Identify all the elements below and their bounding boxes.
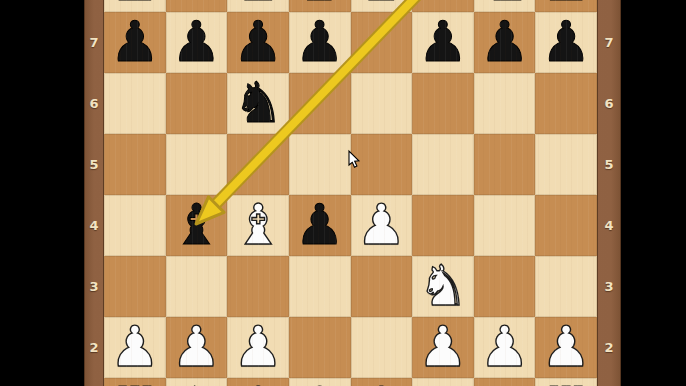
square-g5[interactable] <box>474 134 536 195</box>
piece-black-bishop-b4[interactable]: ♝ <box>171 194 221 255</box>
board-squares-grid: ♜♝♛♚♞♜♟♟♟♟♟♟♟♞♝♝♟♟♞♟♟♟♟♟♟♜♞♝♛♚♜ <box>104 0 597 386</box>
piece-white-pawn-c2[interactable]: ♟ <box>233 316 283 377</box>
square-f3[interactable]: ♞ <box>412 256 474 317</box>
square-e3[interactable] <box>351 256 413 317</box>
square-f7[interactable]: ♟ <box>412 12 474 73</box>
square-f6[interactable] <box>412 73 474 134</box>
square-g4[interactable] <box>474 195 536 256</box>
square-h3[interactable] <box>535 256 597 317</box>
rank-label-left-3: 3 <box>84 279 104 295</box>
rank-label-left-2: 2 <box>84 340 104 356</box>
rank-label-right-3: 3 <box>597 279 621 295</box>
square-c3[interactable] <box>227 256 289 317</box>
square-b7[interactable]: ♟ <box>166 12 228 73</box>
square-c5[interactable] <box>227 134 289 195</box>
square-a7[interactable]: ♟ <box>104 12 166 73</box>
piece-white-pawn-g2[interactable]: ♟ <box>479 316 529 377</box>
square-g3[interactable] <box>474 256 536 317</box>
square-b5[interactable] <box>166 134 228 195</box>
video-frame: ♜♝♛♚♞♜♟♟♟♟♟♟♟♞♝♝♟♟♞♟♟♟♟♟♟♜♞♝♛♚♜ 77665544… <box>0 0 686 386</box>
piece-black-pawn-c7[interactable]: ♟ <box>233 11 283 72</box>
square-d1[interactable]: ♛ <box>289 378 351 386</box>
rank-label-right-5: 5 <box>597 157 621 173</box>
square-h4[interactable] <box>535 195 597 256</box>
piece-white-bishop-c1[interactable]: ♝ <box>233 377 283 386</box>
piece-black-pawn-b7[interactable]: ♟ <box>171 11 221 72</box>
square-c6[interactable]: ♞ <box>227 73 289 134</box>
piece-white-knight-f3[interactable]: ♞ <box>418 255 468 316</box>
square-d4[interactable]: ♟ <box>289 195 351 256</box>
square-g2[interactable]: ♟ <box>474 317 536 378</box>
square-d2[interactable] <box>289 317 351 378</box>
piece-white-rook-h1[interactable]: ♜ <box>541 377 591 386</box>
piece-black-pawn-h7[interactable]: ♟ <box>541 11 591 72</box>
square-g6[interactable] <box>474 73 536 134</box>
square-a5[interactable] <box>104 134 166 195</box>
square-e6[interactable] <box>351 73 413 134</box>
square-d7[interactable]: ♟ <box>289 12 351 73</box>
square-a2[interactable]: ♟ <box>104 317 166 378</box>
piece-black-king-e8[interactable]: ♚ <box>356 0 406 11</box>
chess-board: ♜♝♛♚♞♜♟♟♟♟♟♟♟♞♝♝♟♟♞♟♟♟♟♟♟♜♞♝♛♚♜ 77665544… <box>84 0 621 386</box>
square-h1[interactable]: ♜ <box>535 378 597 386</box>
square-b4[interactable]: ♝ <box>166 195 228 256</box>
square-e5[interactable] <box>351 134 413 195</box>
rank-label-left-6: 6 <box>84 96 104 112</box>
piece-white-queen-d1[interactable]: ♛ <box>295 377 345 386</box>
square-b2[interactable]: ♟ <box>166 317 228 378</box>
piece-black-pawn-f7[interactable]: ♟ <box>418 11 468 72</box>
piece-white-pawn-a2[interactable]: ♟ <box>110 316 160 377</box>
rank-label-right-4: 4 <box>597 218 621 234</box>
piece-white-pawn-b2[interactable]: ♟ <box>171 316 221 377</box>
piece-black-pawn-a7[interactable]: ♟ <box>110 11 160 72</box>
square-b6[interactable] <box>166 73 228 134</box>
piece-black-pawn-d7[interactable]: ♟ <box>295 11 345 72</box>
rank-label-left-7: 7 <box>84 35 104 51</box>
square-f5[interactable] <box>412 134 474 195</box>
rank-label-left-4: 4 <box>84 218 104 234</box>
piece-white-king-e1[interactable]: ♚ <box>356 377 406 386</box>
rank-label-right-2: 2 <box>597 340 621 356</box>
square-g1[interactable] <box>474 378 536 386</box>
square-c7[interactable]: ♟ <box>227 12 289 73</box>
piece-black-knight-c6[interactable]: ♞ <box>233 72 283 133</box>
rank-label-right-7: 7 <box>597 35 621 51</box>
piece-white-rook-a1[interactable]: ♜ <box>110 377 160 386</box>
square-h7[interactable]: ♟ <box>535 12 597 73</box>
piece-white-pawn-h2[interactable]: ♟ <box>541 316 591 377</box>
square-f4[interactable] <box>412 195 474 256</box>
square-f2[interactable]: ♟ <box>412 317 474 378</box>
square-e4[interactable]: ♟ <box>351 195 413 256</box>
rank-label-right-6: 6 <box>597 96 621 112</box>
piece-white-knight-b1[interactable]: ♞ <box>171 377 221 386</box>
rank-label-left-5: 5 <box>84 157 104 173</box>
square-a3[interactable] <box>104 256 166 317</box>
piece-white-pawn-e4[interactable]: ♟ <box>356 194 406 255</box>
square-b1[interactable]: ♞ <box>166 378 228 386</box>
square-d6[interactable] <box>289 73 351 134</box>
square-a1[interactable]: ♜ <box>104 378 166 386</box>
piece-black-pawn-g7[interactable]: ♟ <box>479 11 529 72</box>
piece-white-pawn-f2[interactable]: ♟ <box>418 316 468 377</box>
square-e1[interactable]: ♚ <box>351 378 413 386</box>
square-d3[interactable] <box>289 256 351 317</box>
square-h6[interactable] <box>535 73 597 134</box>
square-e2[interactable] <box>351 317 413 378</box>
square-e7[interactable] <box>351 12 413 73</box>
square-d5[interactable] <box>289 134 351 195</box>
square-c4[interactable]: ♝ <box>227 195 289 256</box>
square-f1[interactable] <box>412 378 474 386</box>
square-a6[interactable] <box>104 73 166 134</box>
square-h5[interactable] <box>535 134 597 195</box>
piece-black-pawn-d4[interactable]: ♟ <box>295 194 345 255</box>
square-c2[interactable]: ♟ <box>227 317 289 378</box>
square-a4[interactable] <box>104 195 166 256</box>
piece-white-bishop-c4[interactable]: ♝ <box>233 194 283 255</box>
square-h2[interactable]: ♟ <box>535 317 597 378</box>
square-e8[interactable]: ♚ <box>351 0 413 12</box>
square-c1[interactable]: ♝ <box>227 378 289 386</box>
square-g7[interactable]: ♟ <box>474 12 536 73</box>
square-b3[interactable] <box>166 256 228 317</box>
